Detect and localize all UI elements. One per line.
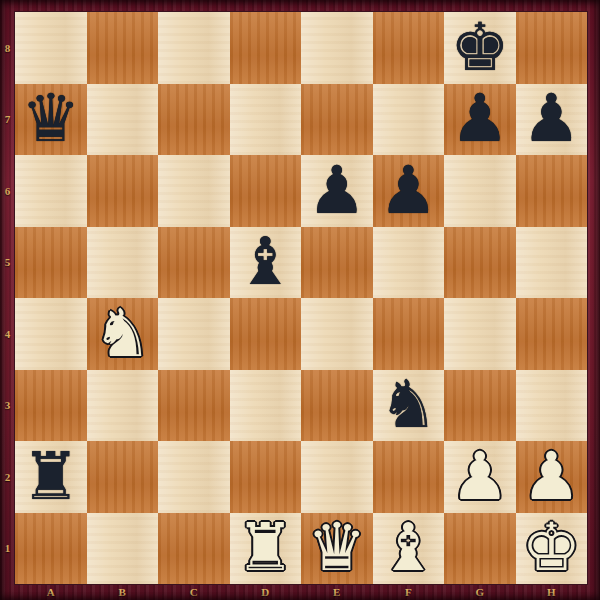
square-g7[interactable]: ♟ xyxy=(444,84,516,156)
square-d2[interactable] xyxy=(230,441,302,513)
square-c1[interactable] xyxy=(158,513,230,585)
rank-label-3: 3 xyxy=(0,370,15,442)
square-g5[interactable] xyxy=(444,227,516,299)
square-d7[interactable] xyxy=(230,84,302,156)
square-e5[interactable] xyxy=(301,227,373,299)
square-b2[interactable] xyxy=(87,441,159,513)
square-h2[interactable]: ♟ xyxy=(516,441,588,513)
square-d5[interactable]: ♝ xyxy=(230,227,302,299)
square-f7[interactable] xyxy=(373,84,445,156)
rank-label-7: 7 xyxy=(0,84,15,156)
square-h1[interactable]: ♚ xyxy=(516,513,588,585)
square-c7[interactable] xyxy=(158,84,230,156)
square-b1[interactable] xyxy=(87,513,159,585)
square-g3[interactable] xyxy=(444,370,516,442)
piece-black-pawn: ♟ xyxy=(373,155,445,227)
square-f4[interactable] xyxy=(373,298,445,370)
square-b7[interactable] xyxy=(87,84,159,156)
rank-label-6: 6 xyxy=(0,155,15,227)
piece-black-rook: ♜ xyxy=(15,441,87,513)
file-label-g: G xyxy=(444,584,516,600)
file-label-f: F xyxy=(373,584,445,600)
file-label-c: C xyxy=(158,584,230,600)
square-a6[interactable] xyxy=(15,155,87,227)
file-label-e: E xyxy=(301,584,373,600)
piece-black-knight: ♞ xyxy=(373,370,445,442)
square-g6[interactable] xyxy=(444,155,516,227)
file-label-a: A xyxy=(15,584,87,600)
square-a8[interactable] xyxy=(15,12,87,84)
square-c8[interactable] xyxy=(158,12,230,84)
file-label-h: H xyxy=(516,584,588,600)
square-h6[interactable] xyxy=(516,155,588,227)
square-e3[interactable] xyxy=(301,370,373,442)
square-b6[interactable] xyxy=(87,155,159,227)
square-d8[interactable] xyxy=(230,12,302,84)
square-h4[interactable] xyxy=(516,298,588,370)
square-f5[interactable] xyxy=(373,227,445,299)
square-h5[interactable] xyxy=(516,227,588,299)
square-a4[interactable] xyxy=(15,298,87,370)
chess-board-frame: ♚♛♟♟♟♟♝♞♞♜♟♟♜♛♝♚ 87654321 ABCDEFGH xyxy=(0,0,600,600)
piece-black-bishop: ♝ xyxy=(230,227,302,299)
square-h3[interactable] xyxy=(516,370,588,442)
square-c3[interactable] xyxy=(158,370,230,442)
square-c5[interactable] xyxy=(158,227,230,299)
square-f2[interactable] xyxy=(373,441,445,513)
rank-label-5: 5 xyxy=(0,227,15,299)
piece-white-knight: ♞ xyxy=(87,298,159,370)
square-h8[interactable] xyxy=(516,12,588,84)
square-d6[interactable] xyxy=(230,155,302,227)
piece-black-queen: ♛ xyxy=(15,84,87,156)
square-a2[interactable]: ♜ xyxy=(15,441,87,513)
square-e4[interactable] xyxy=(301,298,373,370)
square-g2[interactable]: ♟ xyxy=(444,441,516,513)
rank-label-2: 2 xyxy=(0,441,15,513)
square-c2[interactable] xyxy=(158,441,230,513)
square-b5[interactable] xyxy=(87,227,159,299)
square-h7[interactable]: ♟ xyxy=(516,84,588,156)
square-a1[interactable] xyxy=(15,513,87,585)
square-c4[interactable] xyxy=(158,298,230,370)
piece-black-king: ♚ xyxy=(444,12,516,84)
rank-label-4: 4 xyxy=(0,298,15,370)
square-b3[interactable] xyxy=(87,370,159,442)
square-d4[interactable] xyxy=(230,298,302,370)
rank-label-1: 1 xyxy=(0,513,15,585)
square-f1[interactable]: ♝ xyxy=(373,513,445,585)
piece-black-pawn: ♟ xyxy=(444,84,516,156)
square-e7[interactable] xyxy=(301,84,373,156)
square-g1[interactable] xyxy=(444,513,516,585)
square-a5[interactable] xyxy=(15,227,87,299)
square-a3[interactable] xyxy=(15,370,87,442)
square-f3[interactable]: ♞ xyxy=(373,370,445,442)
piece-black-pawn: ♟ xyxy=(301,155,373,227)
square-f8[interactable] xyxy=(373,12,445,84)
piece-black-pawn: ♟ xyxy=(516,84,588,156)
square-e1[interactable]: ♛ xyxy=(301,513,373,585)
piece-white-rook: ♜ xyxy=(230,513,302,585)
piece-white-pawn: ♟ xyxy=(444,441,516,513)
piece-white-queen: ♛ xyxy=(301,513,373,585)
square-e8[interactable] xyxy=(301,12,373,84)
piece-white-pawn: ♟ xyxy=(516,441,588,513)
square-e6[interactable]: ♟ xyxy=(301,155,373,227)
square-a7[interactable]: ♛ xyxy=(15,84,87,156)
piece-white-king: ♚ xyxy=(516,513,588,585)
board: ♚♛♟♟♟♟♝♞♞♜♟♟♜♛♝♚ xyxy=(15,12,587,584)
file-label-b: B xyxy=(87,584,159,600)
square-c6[interactable] xyxy=(158,155,230,227)
file-label-d: D xyxy=(230,584,302,600)
piece-white-bishop: ♝ xyxy=(373,513,445,585)
square-g8[interactable]: ♚ xyxy=(444,12,516,84)
square-e2[interactable] xyxy=(301,441,373,513)
square-b8[interactable] xyxy=(87,12,159,84)
square-f6[interactable]: ♟ xyxy=(373,155,445,227)
rank-label-8: 8 xyxy=(0,12,15,84)
square-d3[interactable] xyxy=(230,370,302,442)
square-g4[interactable] xyxy=(444,298,516,370)
square-d1[interactable]: ♜ xyxy=(230,513,302,585)
square-b4[interactable]: ♞ xyxy=(87,298,159,370)
